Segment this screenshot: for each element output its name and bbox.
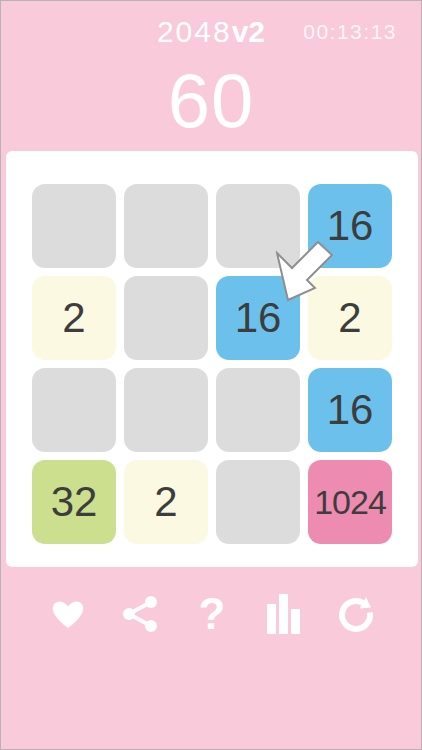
tile-empty-r1c3 — [216, 184, 300, 268]
restart-button[interactable] — [335, 593, 377, 635]
tile-2-r2c4: 2 — [308, 276, 392, 360]
score-value: 60 — [1, 57, 421, 144]
tile-empty-r3c3 — [216, 368, 300, 452]
tile-16-r2c3: 16 — [216, 276, 300, 360]
tile-2-r2c1: 2 — [32, 276, 116, 360]
tile-1024-r4c4: 1024 — [308, 460, 392, 544]
favorite-button[interactable] — [47, 593, 89, 635]
tile-empty-r3c2 — [124, 368, 208, 452]
app-title-suffix: v2 — [232, 15, 265, 48]
tile-empty-r2c2 — [124, 276, 208, 360]
tile-empty-r1c2 — [124, 184, 208, 268]
tile-empty-r4c3 — [216, 460, 300, 544]
help-button[interactable]: ? — [191, 593, 233, 635]
tile-16-r1c4: 16 — [308, 184, 392, 268]
tile-empty-r1c1 — [32, 184, 116, 268]
bar-chart-icon — [267, 594, 301, 634]
refresh-icon — [336, 594, 376, 634]
share-icon — [122, 595, 158, 633]
board-card: 162162163221024 — [6, 151, 418, 567]
tile-32-r4c1: 32 — [32, 460, 116, 544]
header: 2048v2 00:13:13 60 — [1, 1, 421, 151]
tile-16-r3c4: 16 — [308, 368, 392, 452]
tile-2-r4c2: 2 — [124, 460, 208, 544]
tile-empty-r3c1 — [32, 368, 116, 452]
app-title-base: 2048 — [157, 15, 232, 48]
question-mark-icon: ? — [199, 594, 226, 634]
heart-icon — [50, 598, 86, 630]
timer: 00:13:13 — [303, 20, 397, 44]
share-button[interactable] — [119, 593, 161, 635]
statistics-button[interactable] — [263, 593, 305, 635]
footer-toolbar: ? — [1, 567, 422, 635]
board-grid[interactable]: 162162163221024 — [32, 184, 392, 544]
